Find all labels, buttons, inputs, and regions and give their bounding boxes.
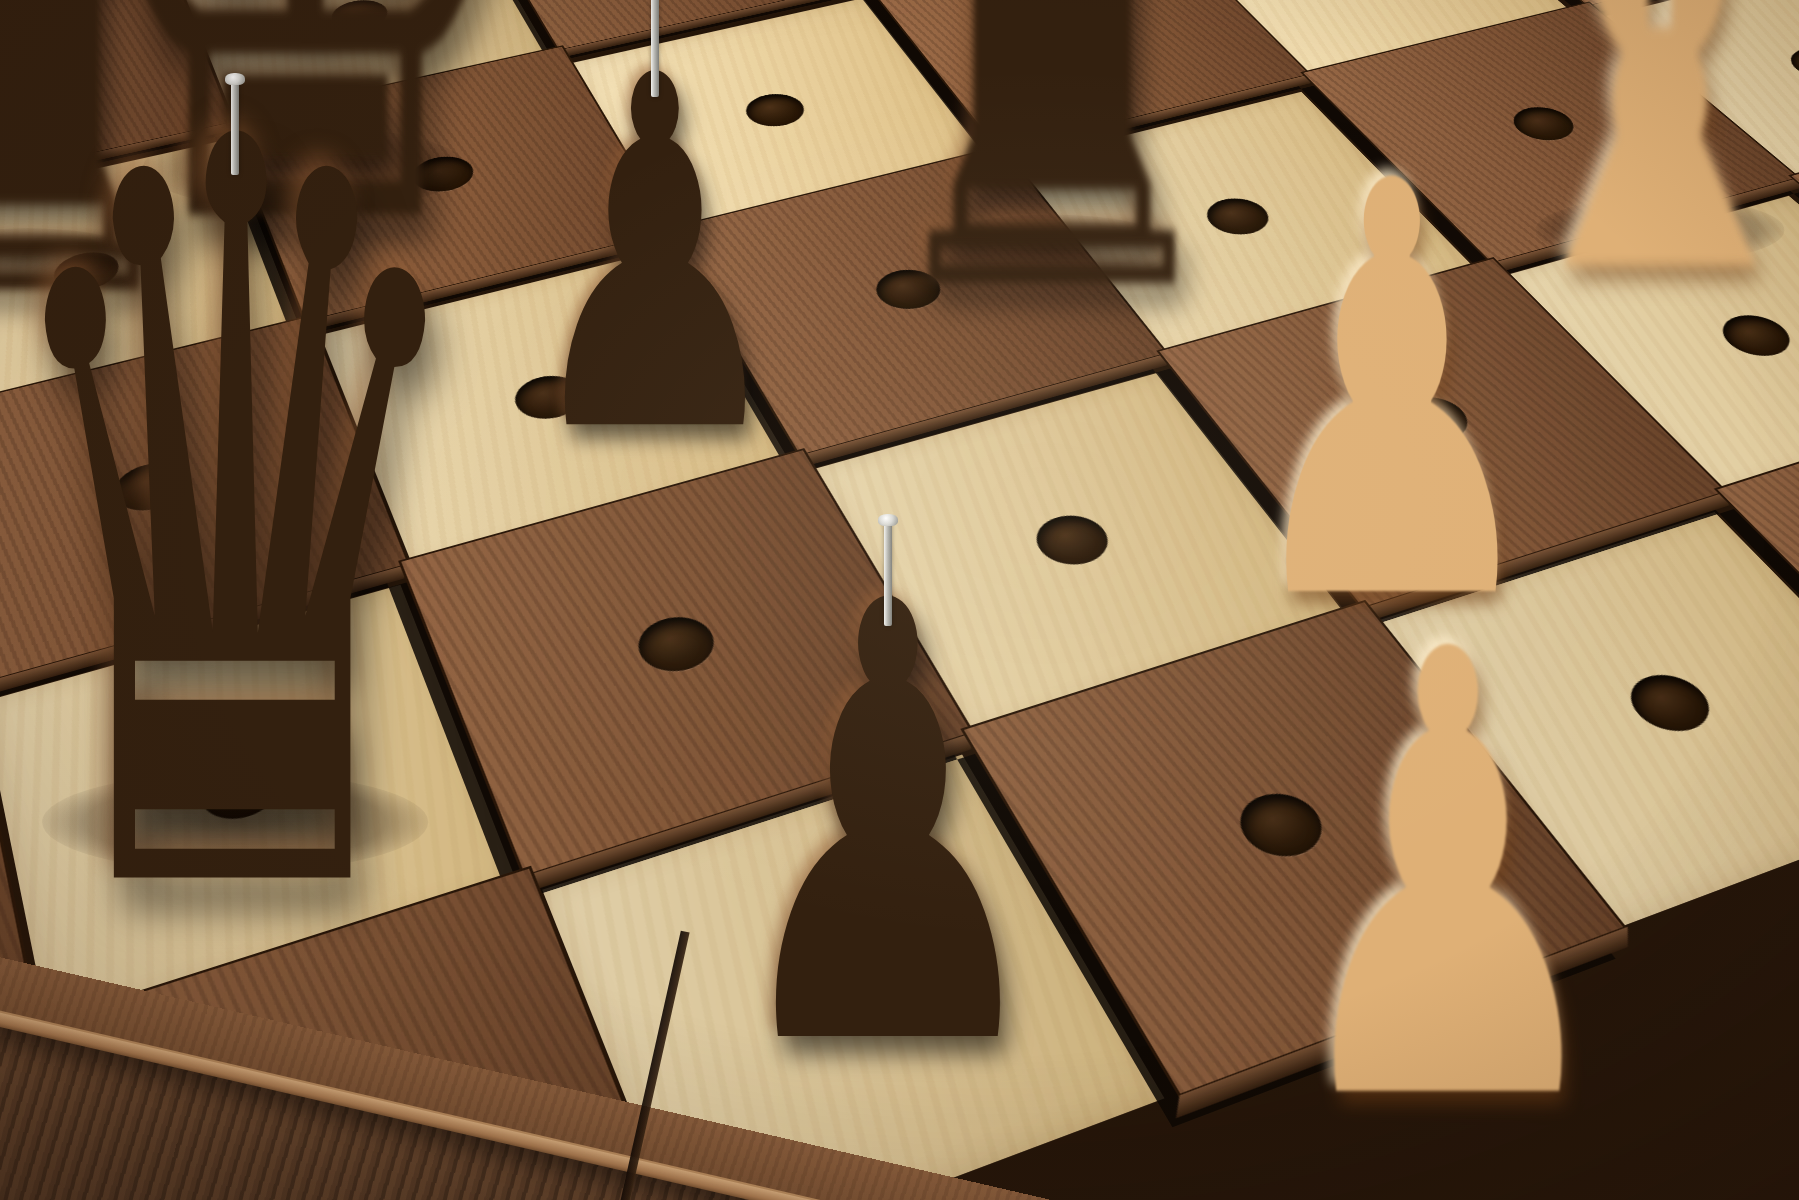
black-rook-glyph: ♜ — [856, 0, 1248, 384]
metal-pin — [884, 521, 892, 626]
photo-stage: ♚♜♜♝♟♟♛♟♟ — [0, 0, 1799, 1200]
white-pawn-glyph: ♟ — [1278, 572, 1618, 1184]
metal-pin — [231, 80, 239, 175]
metal-pin — [651, 0, 659, 97]
pieces-layer: ♚♜♜♝♟♟♛♟♟ — [0, 0, 1799, 1200]
black-queen-glyph: ♛ — [0, 12, 487, 1035]
